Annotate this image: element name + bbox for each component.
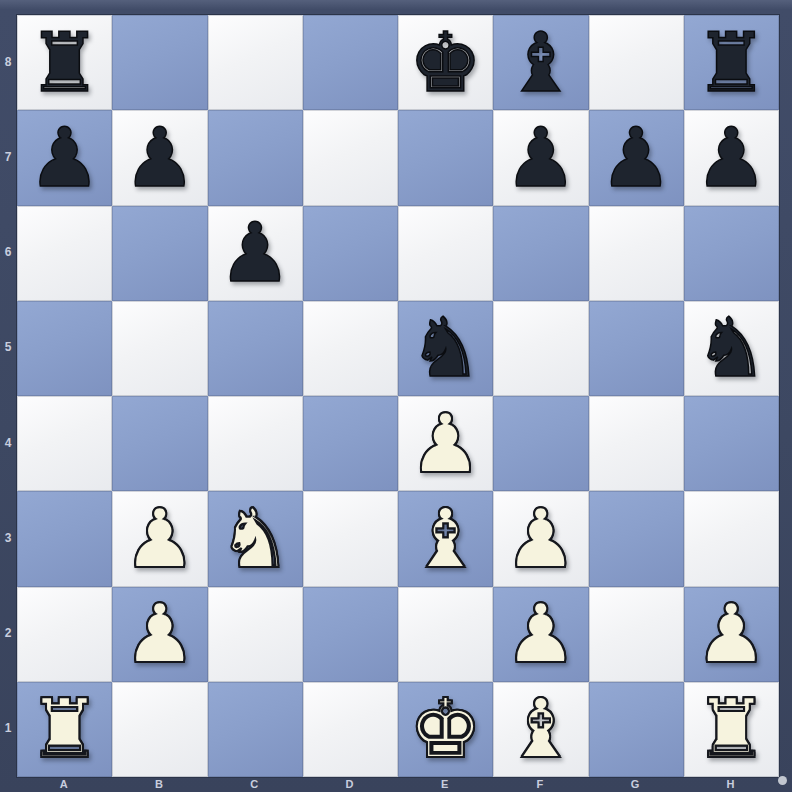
square-e3[interactable]: ♝ bbox=[398, 491, 493, 586]
piece-white-pawn: ♟ bbox=[504, 498, 578, 580]
square-g2[interactable] bbox=[589, 587, 684, 682]
square-g8[interactable] bbox=[589, 15, 684, 110]
square-a6[interactable] bbox=[17, 206, 112, 301]
square-b7[interactable]: ♟ bbox=[112, 110, 207, 205]
square-e5[interactable]: ♞ bbox=[398, 301, 493, 396]
piece-black-rook: ♜ bbox=[28, 22, 102, 104]
rank-label-2: 2 bbox=[0, 586, 16, 681]
rank-label-8: 8 bbox=[0, 14, 16, 109]
square-f6[interactable] bbox=[493, 206, 588, 301]
square-d5[interactable] bbox=[303, 301, 398, 396]
square-b1[interactable] bbox=[112, 682, 207, 777]
piece-white-king: ♚ bbox=[409, 688, 483, 770]
square-a7[interactable]: ♟ bbox=[17, 110, 112, 205]
square-e4[interactable]: ♟ bbox=[398, 396, 493, 491]
file-label-h: H bbox=[683, 776, 778, 792]
square-h6[interactable] bbox=[684, 206, 779, 301]
white-to-move-indicator-dot bbox=[778, 776, 787, 785]
square-e2[interactable] bbox=[398, 587, 493, 682]
square-g6[interactable] bbox=[589, 206, 684, 301]
square-h5[interactable]: ♞ bbox=[684, 301, 779, 396]
square-e8[interactable]: ♚ bbox=[398, 15, 493, 110]
piece-white-pawn: ♟ bbox=[695, 593, 769, 675]
piece-white-pawn: ♟ bbox=[123, 498, 197, 580]
square-a3[interactable] bbox=[17, 491, 112, 586]
square-c1[interactable] bbox=[208, 682, 303, 777]
square-g5[interactable] bbox=[589, 301, 684, 396]
square-b6[interactable] bbox=[112, 206, 207, 301]
square-f7[interactable]: ♟ bbox=[493, 110, 588, 205]
square-f4[interactable] bbox=[493, 396, 588, 491]
rank-labels: 87654321 bbox=[0, 14, 16, 776]
piece-black-king: ♚ bbox=[409, 22, 483, 104]
square-c4[interactable] bbox=[208, 396, 303, 491]
square-d2[interactable] bbox=[303, 587, 398, 682]
piece-black-pawn: ♟ bbox=[599, 117, 673, 199]
file-label-c: C bbox=[207, 776, 302, 792]
square-f1[interactable]: ♝ bbox=[493, 682, 588, 777]
piece-black-pawn: ♟ bbox=[28, 117, 102, 199]
square-e1[interactable]: ♚ bbox=[398, 682, 493, 777]
rank-label-6: 6 bbox=[0, 205, 16, 300]
square-c2[interactable] bbox=[208, 587, 303, 682]
chess-board-frame: ♜♚♝♜♟♟♟♟♟♟♞♞♟♟♞♝♟♟♟♟♜♚♝♜ 87654321 ABCDEF… bbox=[0, 0, 792, 792]
rank-label-5: 5 bbox=[0, 300, 16, 395]
file-labels: ABCDEFGH bbox=[16, 776, 778, 792]
square-g1[interactable] bbox=[589, 682, 684, 777]
piece-black-rook: ♜ bbox=[695, 22, 769, 104]
square-g7[interactable]: ♟ bbox=[589, 110, 684, 205]
square-f3[interactable]: ♟ bbox=[493, 491, 588, 586]
piece-white-rook: ♜ bbox=[28, 688, 102, 770]
square-h2[interactable]: ♟ bbox=[684, 587, 779, 682]
square-b8[interactable] bbox=[112, 15, 207, 110]
square-d7[interactable] bbox=[303, 110, 398, 205]
file-label-f: F bbox=[492, 776, 587, 792]
piece-white-bishop: ♝ bbox=[409, 498, 483, 580]
piece-white-rook: ♜ bbox=[695, 688, 769, 770]
piece-black-knight: ♞ bbox=[409, 307, 483, 389]
board: ♜♚♝♜♟♟♟♟♟♟♞♞♟♟♞♝♟♟♟♟♜♚♝♜ bbox=[16, 14, 780, 778]
square-h8[interactable]: ♜ bbox=[684, 15, 779, 110]
square-b5[interactable] bbox=[112, 301, 207, 396]
piece-white-pawn: ♟ bbox=[409, 403, 483, 485]
piece-white-bishop: ♝ bbox=[504, 688, 578, 770]
square-a1[interactable]: ♜ bbox=[17, 682, 112, 777]
square-d3[interactable] bbox=[303, 491, 398, 586]
square-f8[interactable]: ♝ bbox=[493, 15, 588, 110]
file-label-g: G bbox=[588, 776, 683, 792]
piece-black-pawn: ♟ bbox=[504, 117, 578, 199]
square-f5[interactable] bbox=[493, 301, 588, 396]
file-label-d: D bbox=[302, 776, 397, 792]
square-d4[interactable] bbox=[303, 396, 398, 491]
piece-black-knight: ♞ bbox=[695, 307, 769, 389]
square-d6[interactable] bbox=[303, 206, 398, 301]
square-f2[interactable]: ♟ bbox=[493, 587, 588, 682]
square-h3[interactable] bbox=[684, 491, 779, 586]
file-label-e: E bbox=[397, 776, 492, 792]
square-c8[interactable] bbox=[208, 15, 303, 110]
square-e6[interactable] bbox=[398, 206, 493, 301]
rank-label-4: 4 bbox=[0, 395, 16, 490]
piece-black-bishop: ♝ bbox=[504, 22, 578, 104]
piece-black-pawn: ♟ bbox=[695, 117, 769, 199]
piece-black-pawn: ♟ bbox=[218, 212, 292, 294]
square-h4[interactable] bbox=[684, 396, 779, 491]
square-c6[interactable]: ♟ bbox=[208, 206, 303, 301]
square-b2[interactable]: ♟ bbox=[112, 587, 207, 682]
rank-label-7: 7 bbox=[0, 109, 16, 204]
square-g4[interactable] bbox=[589, 396, 684, 491]
square-h1[interactable]: ♜ bbox=[684, 682, 779, 777]
file-label-b: B bbox=[111, 776, 206, 792]
square-c3[interactable]: ♞ bbox=[208, 491, 303, 586]
square-b4[interactable] bbox=[112, 396, 207, 491]
square-b3[interactable]: ♟ bbox=[112, 491, 207, 586]
square-c7[interactable] bbox=[208, 110, 303, 205]
square-a2[interactable] bbox=[17, 587, 112, 682]
piece-black-pawn: ♟ bbox=[123, 117, 197, 199]
square-a5[interactable] bbox=[17, 301, 112, 396]
square-d1[interactable] bbox=[303, 682, 398, 777]
square-e7[interactable] bbox=[398, 110, 493, 205]
piece-white-knight: ♞ bbox=[218, 498, 292, 580]
square-a8[interactable]: ♜ bbox=[17, 15, 112, 110]
file-label-a: A bbox=[16, 776, 111, 792]
square-h7[interactable]: ♟ bbox=[684, 110, 779, 205]
piece-white-pawn: ♟ bbox=[123, 593, 197, 675]
piece-white-pawn: ♟ bbox=[504, 593, 578, 675]
square-d8[interactable] bbox=[303, 15, 398, 110]
square-a4[interactable] bbox=[17, 396, 112, 491]
square-g3[interactable] bbox=[589, 491, 684, 586]
rank-label-3: 3 bbox=[0, 490, 16, 585]
square-c5[interactable] bbox=[208, 301, 303, 396]
rank-label-1: 1 bbox=[0, 681, 16, 776]
